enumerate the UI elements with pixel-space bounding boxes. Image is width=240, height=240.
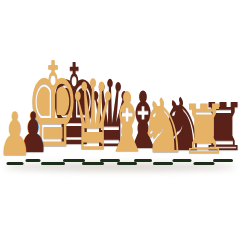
white-pawn-glyph: ♟ xyxy=(0,104,32,164)
chess-set-photo: ♚ ♛ ♝ ♞ ♜ ♚ ♛ ♝ ♞ ♜ ♟ ♟ xyxy=(0,0,240,240)
white-rook-glyph: ♜ xyxy=(180,96,228,164)
